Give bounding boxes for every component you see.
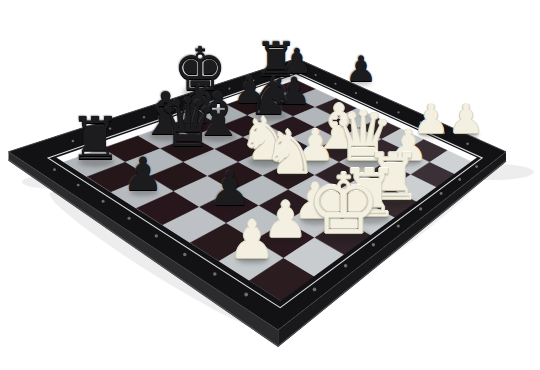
piece-white-king-c1[interactable]: ♚	[306, 163, 381, 246]
rim-rivet	[213, 272, 217, 276]
piece-white-pawn-table-beyond-right-corner[interactable]: ♟	[448, 100, 484, 140]
rim-rivet	[344, 264, 348, 268]
rim-rivet	[53, 168, 56, 171]
rim-rivet	[313, 288, 317, 292]
rim-rivet	[155, 234, 158, 237]
rim-rivet	[458, 178, 461, 181]
rim-rivet	[77, 184, 80, 187]
piece-white-pawn-a2[interactable]: ♟	[229, 214, 276, 266]
rim-rivet	[440, 192, 443, 195]
rim-rivet	[102, 200, 105, 203]
piece-black-rook-a8[interactable]: ♜	[69, 110, 122, 169]
rim-rivet	[128, 217, 131, 220]
piece-black-pawn-a6[interactable]: ♟	[123, 151, 164, 197]
rim-rivet	[315, 74, 317, 76]
rim-rivet	[183, 253, 186, 256]
rim-rivet	[466, 142, 469, 145]
chess-scene: ♟♜♟♚♟♟♞♞♟♟♝♝♛♝♜♞♛♟♟♞♟♜♟♜♟♚♟♟	[0, 0, 540, 370]
rim-rivet	[475, 165, 478, 168]
rim-rivet	[397, 111, 399, 113]
piece-black-pawn-far-right-rim[interactable]: ♟	[345, 51, 377, 86]
rim-rivet	[334, 83, 336, 85]
rim-rivet	[244, 293, 248, 297]
piece-black-pawn-b4[interactable]: ♟	[209, 165, 251, 212]
piece-black-queen-c7[interactable]: ♛	[158, 90, 218, 157]
